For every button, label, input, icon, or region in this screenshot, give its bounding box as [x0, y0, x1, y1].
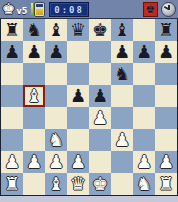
white-pawn: ♟ — [111, 129, 133, 151]
square-e2[interactable] — [89, 151, 111, 173]
square-a3[interactable] — [1, 129, 23, 151]
black-rook: ♜ — [155, 19, 177, 41]
square-f3[interactable]: ♟ — [111, 129, 133, 151]
square-h6[interactable] — [155, 63, 177, 85]
square-g2[interactable]: ♟ — [133, 151, 155, 173]
app-version-label: v5 — [16, 7, 27, 16]
black-knight: ♞ — [23, 19, 45, 41]
square-g3[interactable] — [133, 129, 155, 151]
square-f4[interactable] — [111, 107, 133, 129]
square-d6[interactable] — [67, 63, 89, 85]
black-pawn: ♟ — [23, 41, 45, 63]
square-d4[interactable] — [67, 107, 89, 129]
square-a2[interactable]: ♟ — [1, 151, 23, 173]
white-queen: ♛ — [67, 173, 89, 195]
chess-app-screen: ♚ v5 0:08 ♚ ♜♞♝♛♚♝♜♟♟♟♟♟♟♞♝♟♟♟♞♟♟♟♟♟♟♟♜♝… — [0, 0, 178, 202]
square-e3[interactable] — [89, 129, 111, 151]
square-a4[interactable] — [1, 107, 23, 129]
square-a5[interactable] — [1, 85, 23, 107]
white-pawn: ♟ — [89, 107, 111, 129]
square-a7[interactable]: ♟ — [1, 41, 23, 63]
square-g4[interactable] — [133, 107, 155, 129]
status-bar: ♚ v5 0:08 ♚ — [0, 0, 178, 19]
black-pawn: ♟ — [111, 41, 133, 63]
square-d7[interactable] — [67, 41, 89, 63]
white-rook: ♜ — [155, 173, 177, 195]
square-h3[interactable] — [155, 129, 177, 151]
white-pawn: ♟ — [23, 151, 45, 173]
square-d1[interactable]: ♛ — [67, 173, 89, 195]
square-c4[interactable] — [45, 107, 67, 129]
square-c5[interactable] — [45, 85, 67, 107]
square-d8[interactable]: ♛ — [67, 19, 89, 41]
phone-keypad-detail — [36, 9, 43, 15]
square-e5[interactable]: ♟ — [89, 85, 111, 107]
white-pawn: ♟ — [155, 151, 177, 173]
mobile-phone-icon — [34, 2, 45, 17]
square-h5[interactable] — [155, 85, 177, 107]
square-e4[interactable]: ♟ — [89, 107, 111, 129]
game-clock: 0:08 — [49, 2, 89, 17]
black-king-icon: ♚ — [145, 3, 156, 15]
square-d3[interactable] — [67, 129, 89, 151]
square-b5[interactable]: ♝ — [23, 85, 45, 107]
square-g6[interactable] — [133, 63, 155, 85]
square-c3[interactable]: ♞ — [45, 129, 67, 151]
bottom-status-bar — [0, 196, 178, 202]
square-d2[interactable]: ♟ — [67, 151, 89, 173]
square-h2[interactable]: ♟ — [155, 151, 177, 173]
white-pawn: ♟ — [133, 151, 155, 173]
square-b8[interactable]: ♞ — [23, 19, 45, 41]
square-b7[interactable]: ♟ — [23, 41, 45, 63]
square-e7[interactable] — [89, 41, 111, 63]
square-b4[interactable] — [23, 107, 45, 129]
white-pawn: ♟ — [67, 151, 89, 173]
square-a8[interactable]: ♜ — [1, 19, 23, 41]
square-b6[interactable] — [23, 63, 45, 85]
square-h7[interactable]: ♟ — [155, 41, 177, 63]
square-c8[interactable]: ♝ — [45, 19, 67, 41]
square-e6[interactable] — [89, 63, 111, 85]
white-rook: ♜ — [1, 173, 23, 195]
signal-bar-icon — [31, 3, 33, 15]
square-a6[interactable] — [1, 63, 23, 85]
square-a1[interactable]: ♜ — [1, 173, 23, 195]
square-g7[interactable]: ♟ — [133, 41, 155, 63]
black-pawn: ♟ — [67, 85, 89, 107]
white-king: ♚ — [89, 173, 111, 195]
black-rook: ♜ — [1, 19, 23, 41]
white-knight: ♞ — [133, 173, 155, 195]
black-pawn: ♟ — [133, 41, 155, 63]
square-f8[interactable]: ♝ — [111, 19, 133, 41]
clock-sphere-icon — [161, 2, 176, 17]
square-b1[interactable] — [23, 173, 45, 195]
square-g1[interactable]: ♞ — [133, 173, 155, 195]
square-g5[interactable] — [133, 85, 155, 107]
square-g8[interactable] — [133, 19, 155, 41]
white-pawn: ♟ — [1, 151, 23, 173]
square-f2[interactable] — [111, 151, 133, 173]
square-h4[interactable] — [155, 107, 177, 129]
square-c6[interactable] — [45, 63, 67, 85]
square-e8[interactable]: ♚ — [89, 19, 111, 41]
square-h8[interactable]: ♜ — [155, 19, 177, 41]
square-d5[interactable]: ♟ — [67, 85, 89, 107]
black-bishop: ♝ — [111, 19, 133, 41]
white-knight: ♞ — [45, 129, 67, 151]
black-bishop: ♝ — [45, 19, 67, 41]
square-e1[interactable]: ♚ — [89, 173, 111, 195]
turn-indicator: ♚ — [143, 2, 158, 17]
square-c7[interactable]: ♟ — [45, 41, 67, 63]
white-bishop: ♝ — [45, 173, 67, 195]
square-b2[interactable]: ♟ — [23, 151, 45, 173]
white-pawn: ♟ — [45, 151, 67, 173]
black-knight: ♞ — [111, 63, 133, 85]
white-bishop: ♝ — [23, 85, 45, 107]
square-f5[interactable] — [111, 85, 133, 107]
square-b3[interactable] — [23, 129, 45, 151]
phone-screen-detail — [36, 4, 43, 7]
black-king: ♚ — [89, 19, 111, 41]
black-pawn: ♟ — [89, 85, 111, 107]
black-pawn: ♟ — [155, 41, 177, 63]
square-f6[interactable]: ♞ — [111, 63, 133, 85]
square-h1[interactable]: ♜ — [155, 173, 177, 195]
square-c1[interactable]: ♝ — [45, 173, 67, 195]
square-c2[interactable]: ♟ — [45, 151, 67, 173]
black-pawn: ♟ — [1, 41, 23, 63]
white-king-app-icon: ♚ — [2, 2, 15, 17]
black-queen: ♛ — [67, 19, 89, 41]
board: ♜♞♝♛♚♝♜♟♟♟♟♟♟♞♝♟♟♟♞♟♟♟♟♟♟♟♜♝♛♚♞♜ — [0, 19, 178, 196]
square-f1[interactable] — [111, 173, 133, 195]
black-pawn: ♟ — [45, 41, 67, 63]
square-f7[interactable]: ♟ — [111, 41, 133, 63]
